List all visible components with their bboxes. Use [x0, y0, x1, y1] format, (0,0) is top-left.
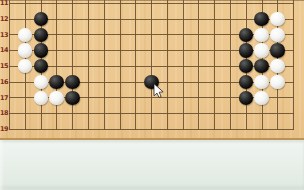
intersection-B17[interactable] — [17, 90, 33, 106]
intersection-G16[interactable] — [96, 74, 112, 90]
intersection-S15[interactable] — [270, 58, 286, 74]
intersection-D13[interactable] — [49, 27, 65, 43]
intersection-T11[interactable] — [285, 0, 301, 11]
intersection-L13[interactable] — [159, 27, 175, 43]
intersection-D18[interactable] — [49, 106, 65, 122]
intersection-T14[interactable] — [285, 43, 301, 59]
black-stone-C15 — [34, 59, 49, 73]
comment-panel — [0, 140, 304, 190]
intersection-R11[interactable] — [254, 0, 270, 11]
intersection-L11[interactable] — [159, 0, 175, 11]
intersection-N15[interactable] — [191, 58, 207, 74]
intersection-D15[interactable] — [49, 58, 65, 74]
intersection-K11[interactable] — [143, 0, 159, 11]
intersection-E11[interactable] — [65, 0, 81, 11]
intersection-E18[interactable] — [65, 106, 81, 122]
intersection-C14[interactable] — [33, 43, 49, 59]
intersection-N18[interactable] — [191, 106, 207, 122]
intersection-C17[interactable] — [33, 90, 49, 106]
intersection-K18[interactable] — [143, 106, 159, 122]
intersection-N12[interactable] — [191, 11, 207, 27]
intersection-L19[interactable] — [159, 121, 175, 137]
intersection-A18[interactable] — [1, 106, 17, 122]
black-stone-E17 — [65, 91, 80, 105]
black-stone-R15 — [254, 59, 269, 73]
intersection-J12[interactable] — [128, 11, 144, 27]
intersection-P14[interactable] — [222, 43, 238, 59]
intersection-E17[interactable] — [65, 90, 81, 106]
white-stone-S12 — [270, 12, 285, 26]
go-board[interactable]: 111213141516171819 — [0, 0, 304, 140]
intersection-D12[interactable] — [49, 11, 65, 27]
white-stone-R17 — [254, 91, 269, 105]
intersection-S19[interactable] — [270, 121, 286, 137]
intersection-K14[interactable] — [143, 43, 159, 59]
intersection-G12[interactable] — [96, 11, 112, 27]
white-stone-R13 — [254, 28, 269, 42]
intersection-S11[interactable] — [270, 0, 286, 11]
intersection-P11[interactable] — [222, 0, 238, 11]
intersection-R17[interactable] — [254, 90, 270, 106]
intersection-F16[interactable] — [80, 74, 96, 90]
intersection-Q13[interactable] — [238, 27, 254, 43]
intersection-A14[interactable] — [1, 43, 17, 59]
intersection-J11[interactable] — [128, 0, 144, 11]
intersection-N16[interactable] — [191, 74, 207, 90]
intersection-Q16[interactable] — [238, 74, 254, 90]
intersection-O18[interactable] — [207, 106, 223, 122]
white-stone-C16 — [34, 75, 49, 89]
intersection-T19[interactable] — [285, 121, 301, 137]
intersection-C16[interactable] — [33, 74, 49, 90]
intersection-M14[interactable] — [175, 43, 191, 59]
intersection-O13[interactable] — [207, 27, 223, 43]
intersection-D16[interactable] — [49, 74, 65, 90]
intersection-P17[interactable] — [222, 90, 238, 106]
intersection-M12[interactable] — [175, 11, 191, 27]
intersection-T18[interactable] — [285, 106, 301, 122]
intersection-A12[interactable] — [1, 11, 17, 27]
intersection-G17[interactable] — [96, 90, 112, 106]
intersection-P13[interactable] — [222, 27, 238, 43]
intersection-F13[interactable] — [80, 27, 96, 43]
intersection-A15[interactable] — [1, 58, 17, 74]
intersection-H12[interactable] — [112, 11, 128, 27]
intersection-Q19[interactable] — [238, 121, 254, 137]
intersection-K19[interactable] — [143, 121, 159, 137]
white-stone-D17 — [49, 91, 64, 105]
intersection-Q18[interactable] — [238, 106, 254, 122]
white-stone-R14 — [254, 43, 269, 57]
intersection-B14[interactable] — [17, 43, 33, 59]
stones-grid — [1, 0, 301, 137]
intersection-O14[interactable] — [207, 43, 223, 59]
intersection-G18[interactable] — [96, 106, 112, 122]
intersection-D11[interactable] — [49, 0, 65, 11]
intersection-E19[interactable] — [65, 121, 81, 137]
intersection-A19[interactable] — [1, 121, 17, 137]
white-stone-B15 — [18, 59, 33, 73]
intersection-E12[interactable] — [65, 11, 81, 27]
intersection-F12[interactable] — [80, 11, 96, 27]
intersection-O19[interactable] — [207, 121, 223, 137]
intersection-R19[interactable] — [254, 121, 270, 137]
intersection-H14[interactable] — [112, 43, 128, 59]
intersection-H16[interactable] — [112, 74, 128, 90]
intersection-M18[interactable] — [175, 106, 191, 122]
black-stone-Q15 — [239, 59, 254, 73]
intersection-C19[interactable] — [33, 121, 49, 137]
intersection-G11[interactable] — [96, 0, 112, 11]
intersection-R15[interactable] — [254, 58, 270, 74]
intersection-H13[interactable] — [112, 27, 128, 43]
intersection-N11[interactable] — [191, 0, 207, 11]
intersection-S16[interactable] — [270, 74, 286, 90]
intersection-J14[interactable] — [128, 43, 144, 59]
black-stone-Q16 — [239, 75, 254, 89]
intersection-J13[interactable] — [128, 27, 144, 43]
white-stone-B14 — [18, 43, 33, 57]
mouse-cursor-icon — [153, 83, 165, 98]
black-stone-C13 — [34, 28, 49, 42]
intersection-P19[interactable] — [222, 121, 238, 137]
intersection-O15[interactable] — [207, 58, 223, 74]
intersection-R16[interactable] — [254, 74, 270, 90]
intersection-N19[interactable] — [191, 121, 207, 137]
intersection-E15[interactable] — [65, 58, 81, 74]
intersection-D14[interactable] — [49, 43, 65, 59]
intersection-S12[interactable] — [270, 11, 286, 27]
white-stone-B13 — [18, 28, 33, 42]
black-stone-C12 — [34, 12, 49, 26]
intersection-K13[interactable] — [143, 27, 159, 43]
black-stone-Q17 — [239, 91, 254, 105]
intersection-J16[interactable] — [128, 74, 144, 90]
intersection-O16[interactable] — [207, 74, 223, 90]
intersection-B19[interactable] — [17, 121, 33, 137]
intersection-A17[interactable] — [1, 90, 17, 106]
intersection-B11[interactable] — [17, 0, 33, 11]
white-stone-C17 — [34, 91, 49, 105]
white-stone-S13 — [270, 28, 285, 42]
intersection-O11[interactable] — [207, 0, 223, 11]
intersection-T15[interactable] — [285, 58, 301, 74]
intersection-D17[interactable] — [49, 90, 65, 106]
black-stone-S14 — [270, 43, 285, 57]
intersection-C18[interactable] — [33, 106, 49, 122]
intersection-M11[interactable] — [175, 0, 191, 11]
intersection-H18[interactable] — [112, 106, 128, 122]
intersection-N13[interactable] — [191, 27, 207, 43]
intersection-F15[interactable] — [80, 58, 96, 74]
intersection-C11[interactable] — [33, 0, 49, 11]
black-stone-E16 — [65, 75, 80, 89]
intersection-P18[interactable] — [222, 106, 238, 122]
intersection-T16[interactable] — [285, 74, 301, 90]
black-stone-C14 — [34, 43, 49, 57]
intersection-J18[interactable] — [128, 106, 144, 122]
intersection-G19[interactable] — [96, 121, 112, 137]
intersection-E16[interactable] — [65, 74, 81, 90]
intersection-Q17[interactable] — [238, 90, 254, 106]
go-app-window: 111213141516171819 — [0, 0, 304, 190]
white-stone-S15 — [270, 59, 285, 73]
intersection-M13[interactable] — [175, 27, 191, 43]
intersection-S14[interactable] — [270, 43, 286, 59]
intersection-C12[interactable] — [33, 11, 49, 27]
intersection-A13[interactable] — [1, 27, 17, 43]
intersection-T17[interactable] — [285, 90, 301, 106]
intersection-G13[interactable] — [96, 27, 112, 43]
intersection-D19[interactable] — [49, 121, 65, 137]
intersection-S13[interactable] — [270, 27, 286, 43]
intersection-O17[interactable] — [207, 90, 223, 106]
intersection-M15[interactable] — [175, 58, 191, 74]
intersection-B13[interactable] — [17, 27, 33, 43]
intersection-T13[interactable] — [285, 27, 301, 43]
intersection-K12[interactable] — [143, 11, 159, 27]
white-stone-S16 — [270, 75, 285, 89]
intersection-K15[interactable] — [143, 58, 159, 74]
intersection-R18[interactable] — [254, 106, 270, 122]
intersection-A11[interactable] — [1, 0, 17, 11]
intersection-G15[interactable] — [96, 58, 112, 74]
black-stone-R12 — [254, 12, 269, 26]
intersection-B18[interactable] — [17, 106, 33, 122]
intersection-F18[interactable] — [80, 106, 96, 122]
black-stone-Q13 — [239, 28, 254, 42]
intersection-F17[interactable] — [80, 90, 96, 106]
intersection-B15[interactable] — [17, 58, 33, 74]
intersection-S17[interactable] — [270, 90, 286, 106]
intersection-R13[interactable] — [254, 27, 270, 43]
intersection-Q15[interactable] — [238, 58, 254, 74]
intersection-B12[interactable] — [17, 11, 33, 27]
intersection-C13[interactable] — [33, 27, 49, 43]
intersection-A16[interactable] — [1, 74, 17, 90]
intersection-H19[interactable] — [112, 121, 128, 137]
intersection-B16[interactable] — [17, 74, 33, 90]
intersection-L12[interactable] — [159, 11, 175, 27]
intersection-R12[interactable] — [254, 11, 270, 27]
black-stone-Q14 — [239, 43, 254, 57]
intersection-F14[interactable] — [80, 43, 96, 59]
intersection-P15[interactable] — [222, 58, 238, 74]
intersection-L18[interactable] — [159, 106, 175, 122]
intersection-P16[interactable] — [222, 74, 238, 90]
intersection-E13[interactable] — [65, 27, 81, 43]
white-stone-R16 — [254, 75, 269, 89]
intersection-M17[interactable] — [175, 90, 191, 106]
intersection-F11[interactable] — [80, 0, 96, 11]
intersection-N17[interactable] — [191, 90, 207, 106]
black-stone-D16 — [49, 75, 64, 89]
intersection-G14[interactable] — [96, 43, 112, 59]
intersection-T12[interactable] — [285, 11, 301, 27]
intersection-N14[interactable] — [191, 43, 207, 59]
intersection-C15[interactable] — [33, 58, 49, 74]
intersection-J15[interactable] — [128, 58, 144, 74]
intersection-J17[interactable] — [128, 90, 144, 106]
intersection-Q11[interactable] — [238, 0, 254, 11]
intersection-H17[interactable] — [112, 90, 128, 106]
intersection-L14[interactable] — [159, 43, 175, 59]
intersection-L15[interactable] — [159, 58, 175, 74]
intersection-M16[interactable] — [175, 74, 191, 90]
intersection-O12[interactable] — [207, 11, 223, 27]
intersection-Q14[interactable] — [238, 43, 254, 59]
intersection-E14[interactable] — [65, 43, 81, 59]
intersection-M19[interactable] — [175, 121, 191, 137]
intersection-S18[interactable] — [270, 106, 286, 122]
intersection-J19[interactable] — [128, 121, 144, 137]
intersection-P12[interactable] — [222, 11, 238, 27]
intersection-F19[interactable] — [80, 121, 96, 137]
intersection-R14[interactable] — [254, 43, 270, 59]
intersection-Q12[interactable] — [238, 11, 254, 27]
intersection-H15[interactable] — [112, 58, 128, 74]
intersection-H11[interactable] — [112, 0, 128, 11]
